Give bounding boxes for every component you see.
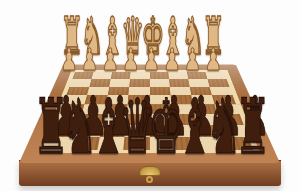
piece-R: ♜ [202,10,225,62]
square [72,137,100,150]
square [173,125,199,137]
square [51,125,79,137]
square [150,125,175,137]
square [188,79,209,87]
square [55,114,82,125]
square [205,72,226,79]
square [46,137,76,150]
square [150,104,173,114]
box-front-panel [19,160,281,186]
square [129,79,149,87]
piece-R: ♜ [60,10,83,62]
square [168,72,188,79]
fold-seam-line [48,104,252,105]
square [150,79,170,87]
square [92,72,113,79]
board-grid [46,72,253,150]
square [127,104,150,114]
square [79,114,105,125]
square [130,72,149,79]
square [170,87,192,95]
clasp-ring-icon [146,176,153,183]
piece-Q: ♛ [121,10,144,62]
square [129,87,150,95]
square [197,125,224,137]
square [109,79,130,87]
square [98,137,125,150]
square [224,137,254,150]
square [199,137,227,150]
square [214,104,239,114]
piece-N: ♞ [182,10,205,62]
piece-B: ♝ [161,10,184,62]
square [125,125,150,137]
square [59,104,84,114]
square [193,104,217,114]
square [82,104,106,114]
square [111,72,131,79]
square [210,87,233,95]
square [89,79,110,87]
square [75,125,102,137]
square [150,114,174,125]
square [87,87,109,95]
piece-K: ♚ [141,10,164,62]
square [217,114,244,125]
piece-N: ♞ [81,10,104,62]
square [190,87,212,95]
square [172,114,197,125]
square [174,137,201,150]
piece-B: ♝ [101,10,124,62]
brass-clasp-icon [139,166,161,176]
square [104,104,128,114]
square [100,125,126,137]
square [187,72,208,79]
square [171,104,195,114]
square [169,79,190,87]
square [207,79,229,87]
square [195,114,221,125]
chess-board [19,64,280,163]
square [220,125,248,137]
square [126,114,150,125]
square [150,72,169,79]
square [102,114,127,125]
square [150,87,171,95]
square [150,137,176,150]
square [66,87,89,95]
square [72,72,93,79]
chess-box-photo: ♜♞♝♛♚♝♞♜♟♟♟♟♟♟♟♟♟♟♟♟♟♟♟♟♜♞♝♛♚♝♞♜ [0,0,300,191]
square [69,79,91,87]
square [124,137,150,150]
board-maple-border [39,70,260,153]
square [108,87,130,95]
